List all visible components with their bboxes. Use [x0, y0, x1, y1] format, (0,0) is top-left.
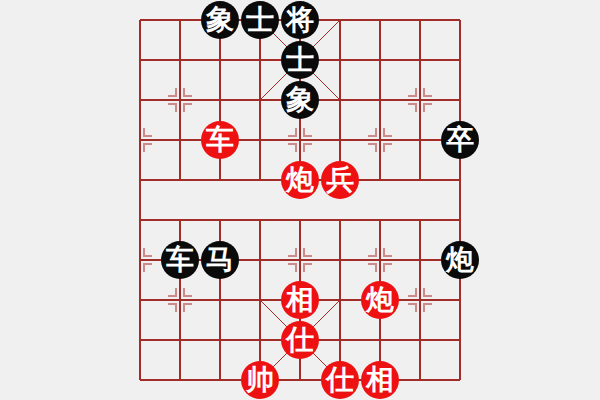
piece-black-horse[interactable]: 马: [201, 241, 239, 279]
piece-black-elephant[interactable]: 象: [281, 81, 319, 119]
piece-red-cannon[interactable]: 炮: [281, 161, 319, 199]
piece-red-elephant[interactable]: 相: [281, 281, 319, 319]
piece-red-elephant[interactable]: 相: [361, 361, 399, 399]
piece-black-chariot[interactable]: 车: [161, 241, 199, 279]
piece-black-advisor[interactable]: 士: [241, 1, 279, 39]
piece-black-advisor[interactable]: 士: [281, 41, 319, 79]
piece-red-soldier[interactable]: 兵: [321, 161, 359, 199]
piece-red-cannon[interactable]: 炮: [361, 281, 399, 319]
xiangqi-app: 象士将士象车卒炮兵车马炮相炮仕帅仕相: [0, 0, 600, 400]
piece-red-advisor[interactable]: 仕: [321, 361, 359, 399]
piece-black-elephant[interactable]: 象: [201, 1, 239, 39]
piece-red-general[interactable]: 帅: [241, 361, 279, 399]
piece-red-advisor[interactable]: 仕: [281, 321, 319, 359]
piece-black-general[interactable]: 将: [281, 1, 319, 39]
piece-black-soldier[interactable]: 卒: [441, 121, 479, 159]
piece-red-chariot[interactable]: 车: [201, 121, 239, 159]
board-grid[interactable]: 象士将士象车卒炮兵车马炮相炮仕帅仕相: [120, 0, 480, 400]
piece-black-cannon[interactable]: 炮: [441, 241, 479, 279]
